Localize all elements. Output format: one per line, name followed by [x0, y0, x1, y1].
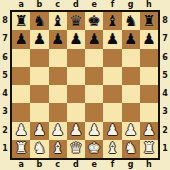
file-label-a: a	[12, 160, 30, 170]
square-a2[interactable]: ♟	[12, 122, 30, 140]
rank-label-2: 2	[160, 122, 170, 140]
square-a8[interactable]: ♜	[12, 12, 30, 30]
piece-black-pawn[interactable]: ♟	[87, 31, 100, 46]
chess-board: ♜♞♝♛♚♝♞♜♟♟♟♟♟♟♟♟♟♟♟♟♟♟♟♟♜♞♝♛♚♝♞♜	[12, 12, 158, 158]
square-g2[interactable]: ♟	[122, 122, 140, 140]
file-label-h: h	[140, 0, 158, 10]
piece-black-king[interactable]: ♚	[87, 13, 100, 28]
piece-white-knight[interactable]: ♞	[33, 141, 46, 156]
square-d4[interactable]	[67, 85, 85, 103]
file-label-c: c	[49, 0, 67, 10]
square-e6[interactable]	[85, 49, 103, 67]
square-f4[interactable]	[103, 85, 121, 103]
file-label-e: e	[85, 160, 103, 170]
piece-black-pawn[interactable]: ♟	[142, 31, 155, 46]
square-f2[interactable]: ♟	[103, 122, 121, 140]
square-c6[interactable]	[49, 49, 67, 67]
square-e1[interactable]: ♚	[85, 140, 103, 158]
square-f1[interactable]: ♝	[103, 140, 121, 158]
file-label-f: f	[103, 0, 121, 10]
piece-black-queen[interactable]: ♛	[69, 13, 82, 28]
rank-label-5: 5	[160, 67, 170, 85]
rank-label-4: 4	[0, 85, 10, 103]
piece-black-pawn[interactable]: ♟	[33, 31, 46, 46]
file-label-d: d	[67, 160, 85, 170]
piece-white-king[interactable]: ♚	[87, 141, 100, 156]
piece-white-bishop[interactable]: ♝	[51, 141, 64, 156]
piece-white-pawn[interactable]: ♟	[51, 123, 64, 138]
file-label-e: e	[85, 0, 103, 10]
square-h1[interactable]: ♜	[140, 140, 158, 158]
rank-label-8: 8	[160, 12, 170, 30]
piece-white-queen[interactable]: ♛	[69, 141, 82, 156]
rank-label-7: 7	[0, 30, 10, 48]
square-d3[interactable]	[67, 103, 85, 121]
piece-black-bishop[interactable]: ♝	[51, 13, 64, 28]
square-a1[interactable]: ♜	[12, 140, 30, 158]
square-c8[interactable]: ♝	[49, 12, 67, 30]
square-d6[interactable]	[67, 49, 85, 67]
piece-black-pawn[interactable]: ♟	[14, 31, 27, 46]
file-label-f: f	[103, 160, 121, 170]
square-g4[interactable]	[122, 85, 140, 103]
piece-white-pawn[interactable]: ♟	[14, 123, 27, 138]
file-label-c: c	[49, 160, 67, 170]
piece-white-pawn[interactable]: ♟	[142, 123, 155, 138]
square-a7[interactable]: ♟	[12, 30, 30, 48]
rank-label-3: 3	[0, 103, 10, 121]
file-label-h: h	[140, 160, 158, 170]
square-g5[interactable]	[122, 67, 140, 85]
piece-white-bishop[interactable]: ♝	[106, 141, 119, 156]
square-h3[interactable]	[140, 103, 158, 121]
piece-black-bishop[interactable]: ♝	[106, 13, 119, 28]
piece-black-pawn[interactable]: ♟	[69, 31, 82, 46]
rank-label-1: 1	[0, 140, 10, 158]
square-a3[interactable]	[12, 103, 30, 121]
piece-black-pawn[interactable]: ♟	[124, 31, 137, 46]
square-e7[interactable]: ♟	[85, 30, 103, 48]
piece-black-pawn[interactable]: ♟	[51, 31, 64, 46]
square-h8[interactable]: ♜	[140, 12, 158, 30]
square-b7[interactable]: ♟	[30, 30, 48, 48]
square-b2[interactable]: ♟	[30, 122, 48, 140]
square-g3[interactable]	[122, 103, 140, 121]
piece-white-knight[interactable]: ♞	[124, 141, 137, 156]
square-f5[interactable]	[103, 67, 121, 85]
piece-white-rook[interactable]: ♜	[14, 141, 27, 156]
square-b4[interactable]	[30, 85, 48, 103]
piece-black-rook[interactable]: ♜	[142, 13, 155, 28]
file-label-b: b	[30, 160, 48, 170]
square-c7[interactable]: ♟	[49, 30, 67, 48]
square-f6[interactable]	[103, 49, 121, 67]
square-d5[interactable]	[67, 67, 85, 85]
file-label-g: g	[122, 0, 140, 10]
square-b5[interactable]	[30, 67, 48, 85]
square-h5[interactable]	[140, 67, 158, 85]
square-c2[interactable]: ♟	[49, 122, 67, 140]
piece-white-pawn[interactable]: ♟	[33, 123, 46, 138]
piece-black-knight[interactable]: ♞	[33, 13, 46, 28]
file-labels-bottom: abcdefgh	[12, 160, 158, 170]
square-d7[interactable]: ♟	[67, 30, 85, 48]
square-h7[interactable]: ♟	[140, 30, 158, 48]
rank-label-6: 6	[0, 49, 10, 67]
rank-label-8: 8	[0, 12, 10, 30]
square-c1[interactable]: ♝	[49, 140, 67, 158]
file-label-a: a	[12, 0, 30, 10]
piece-white-pawn[interactable]: ♟	[106, 123, 119, 138]
square-h2[interactable]: ♟	[140, 122, 158, 140]
square-h6[interactable]	[140, 49, 158, 67]
square-e2[interactable]: ♟	[85, 122, 103, 140]
piece-white-pawn[interactable]: ♟	[124, 123, 137, 138]
square-f8[interactable]: ♝	[103, 12, 121, 30]
piece-white-rook[interactable]: ♜	[142, 141, 155, 156]
piece-white-pawn[interactable]: ♟	[69, 123, 82, 138]
square-g7[interactable]: ♟	[122, 30, 140, 48]
square-b6[interactable]	[30, 49, 48, 67]
piece-white-pawn[interactable]: ♟	[87, 123, 100, 138]
square-c5[interactable]	[49, 67, 67, 85]
square-a5[interactable]	[12, 67, 30, 85]
piece-black-rook[interactable]: ♜	[14, 13, 27, 28]
square-d8[interactable]: ♛	[67, 12, 85, 30]
rank-label-7: 7	[160, 30, 170, 48]
rank-label-4: 4	[160, 85, 170, 103]
square-b1[interactable]: ♞	[30, 140, 48, 158]
square-g6[interactable]	[122, 49, 140, 67]
square-e8[interactable]: ♚	[85, 12, 103, 30]
rank-label-3: 3	[160, 103, 170, 121]
rank-label-2: 2	[0, 122, 10, 140]
square-e4[interactable]	[85, 85, 103, 103]
square-f3[interactable]	[103, 103, 121, 121]
square-d2[interactable]: ♟	[67, 122, 85, 140]
piece-black-knight[interactable]: ♞	[124, 13, 137, 28]
square-b8[interactable]: ♞	[30, 12, 48, 30]
square-f7[interactable]: ♟	[103, 30, 121, 48]
file-labels-top: abcdefgh	[12, 0, 158, 10]
square-h4[interactable]	[140, 85, 158, 103]
square-e5[interactable]	[85, 67, 103, 85]
rank-label-6: 6	[160, 49, 170, 67]
rank-labels-left: 87654321	[0, 12, 10, 158]
piece-black-pawn[interactable]: ♟	[106, 31, 119, 46]
square-e3[interactable]	[85, 103, 103, 121]
board-frame: ♜♞♝♛♚♝♞♜♟♟♟♟♟♟♟♟♟♟♟♟♟♟♟♟♜♞♝♛♚♝♞♜	[10, 10, 160, 160]
rank-label-1: 1	[160, 140, 170, 158]
square-c4[interactable]	[49, 85, 67, 103]
file-label-g: g	[122, 160, 140, 170]
square-c3[interactable]	[49, 103, 67, 121]
square-b3[interactable]	[30, 103, 48, 121]
file-label-b: b	[30, 0, 48, 10]
file-label-d: d	[67, 0, 85, 10]
rank-labels-right: 87654321	[160, 12, 170, 158]
square-a4[interactable]	[12, 85, 30, 103]
square-a6[interactable]	[12, 49, 30, 67]
square-g8[interactable]: ♞	[122, 12, 140, 30]
square-g1[interactable]: ♞	[122, 140, 140, 158]
square-d1[interactable]: ♛	[67, 140, 85, 158]
rank-label-5: 5	[0, 67, 10, 85]
